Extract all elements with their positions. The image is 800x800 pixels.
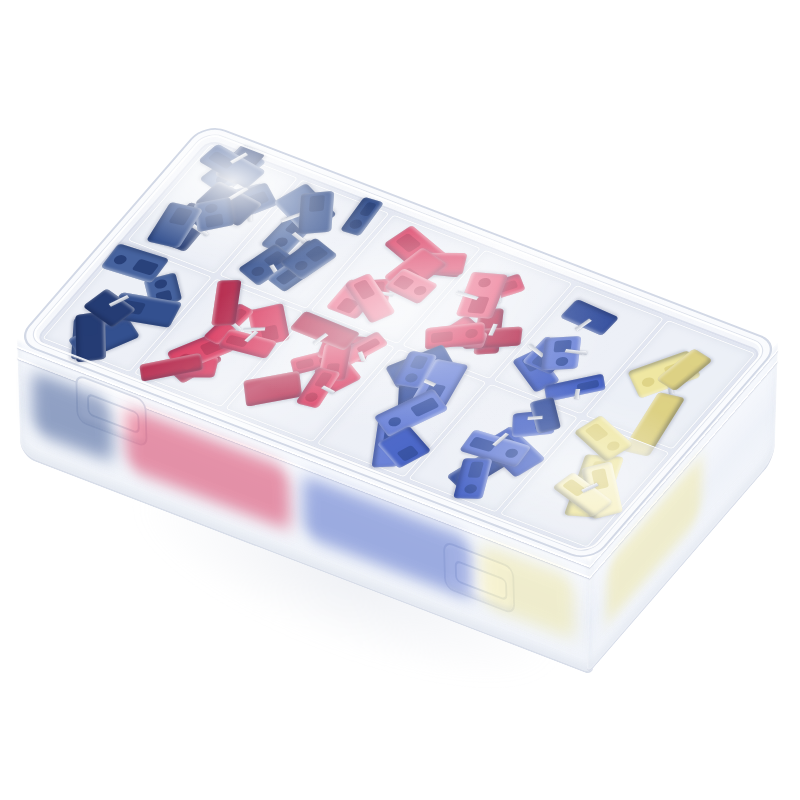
metal-blade-glint bbox=[575, 319, 592, 331]
metal-blade-glint bbox=[455, 291, 478, 300]
connector-hole bbox=[111, 254, 128, 266]
connector-slot bbox=[467, 462, 484, 478]
connector-hole bbox=[154, 278, 169, 290]
connector-slot bbox=[131, 259, 159, 276]
connector-slot bbox=[145, 364, 169, 376]
connector-slot bbox=[430, 330, 453, 342]
connector-navy bbox=[297, 191, 333, 234]
connector-navy bbox=[341, 197, 385, 236]
connector-hole bbox=[656, 401, 673, 412]
connector-red bbox=[244, 370, 303, 406]
connector-hole bbox=[537, 401, 552, 413]
connector-slot bbox=[584, 422, 609, 441]
connector-slot bbox=[354, 279, 376, 299]
connector-slot bbox=[295, 358, 314, 370]
connector-slot bbox=[308, 195, 325, 212]
metal-blade-glint bbox=[312, 333, 328, 345]
connector-hole bbox=[555, 356, 569, 366]
connector-hole bbox=[411, 284, 429, 297]
connector-slot bbox=[205, 214, 223, 228]
connector-hole bbox=[387, 416, 404, 429]
metal-blade-glint bbox=[245, 331, 259, 342]
connector-hole bbox=[403, 373, 419, 384]
connector-slot bbox=[84, 316, 98, 336]
connector-slot bbox=[466, 296, 489, 314]
connector-hole bbox=[181, 359, 195, 370]
connector-hole bbox=[477, 278, 493, 288]
connector-hole bbox=[303, 391, 320, 403]
metal-blade-glint bbox=[229, 153, 247, 164]
connector-slot bbox=[250, 383, 273, 399]
connector-slot bbox=[392, 274, 415, 290]
connector-hole bbox=[503, 447, 520, 459]
connector-hole bbox=[465, 328, 478, 338]
connector-hole bbox=[293, 259, 311, 272]
connector-hole bbox=[685, 355, 703, 368]
connector-hole bbox=[347, 219, 364, 231]
product-photo bbox=[0, 0, 800, 800]
connector-hole bbox=[249, 265, 267, 278]
through-wall-tint-yellow bbox=[480, 542, 575, 640]
connector-slot bbox=[410, 397, 440, 417]
connector-blue bbox=[560, 299, 620, 336]
connector-slot bbox=[410, 355, 429, 370]
connector-hole bbox=[463, 485, 478, 494]
connector-slot bbox=[168, 208, 192, 226]
connector-hole bbox=[640, 376, 656, 388]
connector-slot bbox=[664, 368, 687, 385]
connector-slot bbox=[218, 304, 231, 322]
connector-hole bbox=[204, 203, 218, 214]
connector-slot bbox=[305, 245, 329, 263]
metal-blade-glint bbox=[565, 349, 588, 355]
connector-hole bbox=[604, 440, 621, 453]
connector-slot bbox=[359, 202, 377, 217]
connector-slot bbox=[577, 379, 600, 391]
connector-slot bbox=[397, 444, 420, 462]
connector-blue bbox=[541, 336, 581, 371]
connector-blue bbox=[453, 458, 492, 499]
